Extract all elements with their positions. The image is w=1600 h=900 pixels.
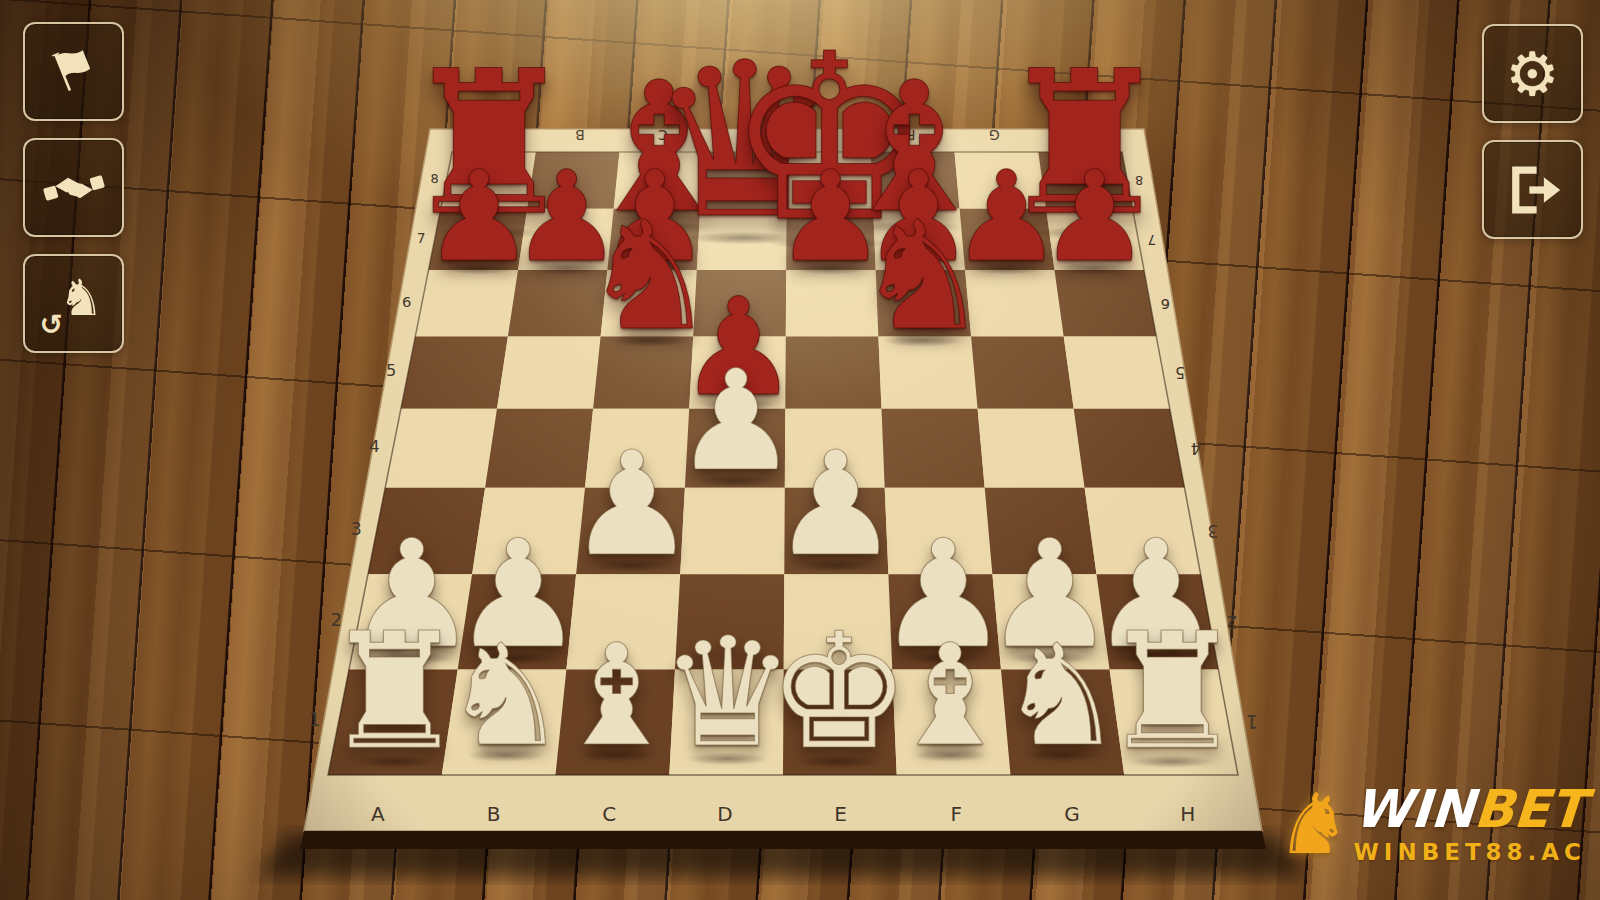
rank-label-right-4: 4 [1191, 439, 1201, 458]
rank-label-right-5: 5 [1175, 363, 1185, 381]
knight-undo-icon: ♞ ↺ [44, 273, 104, 335]
winbet-watermark: ♞ WINBET WINBET88.AC [1276, 782, 1586, 866]
square-h4[interactable] [1074, 409, 1185, 488]
exit-button[interactable] [1482, 140, 1583, 239]
qilin-lion-icon: ♞ [1276, 782, 1351, 866]
file-label-bottom-F: F [951, 802, 963, 826]
file-label-bottom-D: D [717, 802, 732, 826]
resign-button[interactable]: ⚑ [23, 22, 124, 121]
square-a5[interactable] [401, 337, 508, 409]
handshake-icon [43, 157, 105, 219]
brand-win: WIN [1352, 779, 1476, 839]
file-label-bottom-G: G [1064, 802, 1080, 826]
brand-text: WINBET [1352, 783, 1587, 835]
red-knight-f6[interactable]: ♞ [855, 201, 989, 351]
square-a4[interactable] [385, 409, 497, 488]
brand-site-text: WINBET88.AC [1353, 839, 1586, 865]
draw-offer-button[interactable] [23, 138, 124, 237]
knight-icon: ♞ [59, 273, 104, 323]
file-label-bottom-E: E [834, 802, 847, 826]
white-rook-h1[interactable]: ♜ [1101, 612, 1244, 772]
file-label-bottom-A: A [371, 802, 385, 826]
white-pawn-c3[interactable]: ♟ [567, 432, 696, 576]
exit-icon [1504, 161, 1562, 219]
white-knight-b1[interactable]: ♞ [443, 626, 569, 766]
rank-label-left-1: 1 [309, 708, 321, 731]
rank-label-left-5: 5 [386, 362, 396, 380]
settings-button[interactable]: ⚙ [1482, 24, 1583, 123]
board-front-edge [300, 831, 1266, 849]
rank-label-left-4: 4 [369, 437, 379, 456]
file-label-bottom-C: C [602, 802, 616, 826]
takeback-button[interactable]: ♞ ↺ [23, 254, 124, 353]
square-g4[interactable] [978, 409, 1085, 488]
file-label-bottom-B: B [487, 802, 501, 826]
square-h5[interactable] [1064, 337, 1170, 409]
gear-icon: ⚙ [1506, 44, 1560, 104]
white-bishop-f1[interactable]: ♝ [887, 626, 1013, 766]
rank-label-right-6: 6 [1161, 296, 1170, 313]
brand-bet: BET [1472, 779, 1587, 839]
red-pawn-h7[interactable]: ♟ [1038, 154, 1150, 279]
rank-label-right-1: 1 [1246, 710, 1258, 733]
file-label-bottom-H: H [1180, 802, 1195, 826]
rank-label-left-6: 6 [402, 293, 411, 310]
flag-icon: ⚑ [42, 35, 107, 103]
undo-arrow-icon: ↺ [40, 311, 63, 339]
